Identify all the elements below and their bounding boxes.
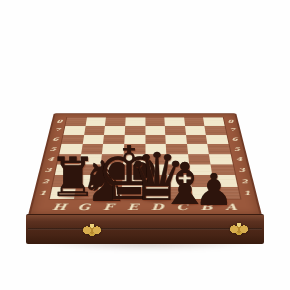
chess-set-photo: 87654321 87654321 HGFEDCBA ♜♞♚♛♝♟: [0, 0, 290, 290]
chess-piece-pawn: ♟: [194, 168, 233, 212]
pieces-layer: ♜♞♚♛♝♟: [0, 0, 290, 290]
